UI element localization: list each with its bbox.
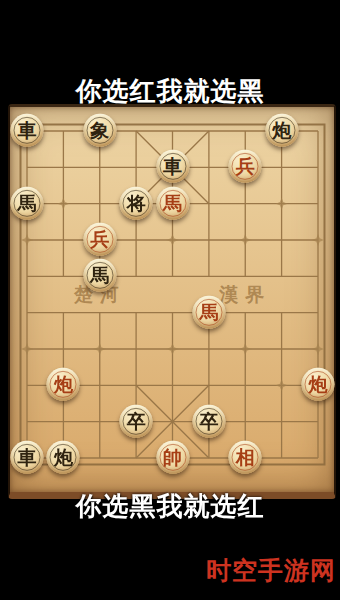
black-piece-車[interactable]: 車 [11, 441, 44, 474]
red-piece-兵[interactable]: 兵 [229, 150, 262, 183]
black-piece-馬[interactable]: 馬 [83, 259, 116, 292]
bottom-caption: 你选黑我就选红 [0, 489, 340, 524]
black-piece-将[interactable]: 将 [120, 186, 153, 219]
black-piece-卒[interactable]: 卒 [120, 404, 153, 437]
red-piece-炮[interactable]: 炮 [302, 368, 335, 401]
black-piece-車[interactable]: 車 [156, 150, 189, 183]
black-piece-車[interactable]: 車 [11, 114, 44, 147]
red-piece-炮[interactable]: 炮 [47, 368, 80, 401]
xiangqi-board[interactable]: 楚河 漢界 車象炮車兵馬将馬兵馬馬炮炮卒卒車炮帥相 [8, 104, 336, 499]
black-piece-炮[interactable]: 炮 [47, 441, 80, 474]
site-watermark: 时空手游网 [206, 554, 336, 587]
black-piece-馬[interactable]: 馬 [11, 186, 44, 219]
red-piece-相[interactable]: 相 [229, 441, 262, 474]
black-piece-象[interactable]: 象 [83, 114, 116, 147]
black-piece-卒[interactable]: 卒 [192, 404, 225, 437]
red-piece-兵[interactable]: 兵 [83, 223, 116, 256]
red-piece-帥[interactable]: 帥 [156, 441, 189, 474]
red-piece-馬[interactable]: 馬 [192, 295, 225, 328]
red-piece-馬[interactable]: 馬 [156, 186, 189, 219]
black-piece-炮[interactable]: 炮 [265, 114, 298, 147]
